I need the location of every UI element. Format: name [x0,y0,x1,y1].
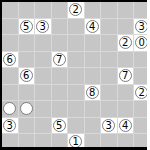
cell-r3c7[interactable] [118,52,135,69]
cell-r6c4[interactable] [68,101,85,118]
cell-r7c7[interactable]: 4 [118,118,135,135]
cell-r5c1[interactable] [19,85,36,102]
empty-circle-mark [3,102,16,115]
cell-r7c4[interactable] [68,118,85,135]
cell-r3c6[interactable] [101,52,118,69]
clue-circle: 3 [135,20,147,33]
clue-circle: 8 [86,86,99,99]
cell-r1c2[interactable]: 3 [35,19,52,36]
clue-circle: 6 [20,69,33,82]
cell-r4c5[interactable] [85,68,102,85]
cell-r0c5[interactable] [85,2,102,19]
cell-r4c2[interactable] [35,68,52,85]
clue-circle: 2 [69,3,82,16]
cell-r6c2[interactable] [35,101,52,118]
cell-r7c5[interactable] [85,118,102,135]
clue-circle: 5 [53,119,66,132]
cell-r8c2[interactable] [35,134,52,147]
cell-r6c3[interactable] [52,101,69,118]
cell-r7c0[interactable]: 3 [2,118,19,135]
cell-r1c3[interactable] [52,19,69,36]
cell-r8c7[interactable] [118,134,135,147]
cell-r5c7[interactable] [118,85,135,102]
cell-r6c8[interactable] [134,101,147,118]
cell-r3c1[interactable] [19,52,36,69]
cell-r0c4[interactable]: 2 [68,2,85,19]
empty-circle-mark [20,102,33,115]
cell-r8c5[interactable] [85,134,102,147]
cell-r8c4[interactable]: 1 [68,134,85,147]
cell-r1c4[interactable] [68,19,85,36]
cell-r8c6[interactable] [101,134,118,147]
cell-r5c5[interactable]: 8 [85,85,102,102]
clue-circle: 4 [119,119,132,132]
cell-r8c1[interactable] [19,134,36,147]
puzzle-screenshot: 253432067678235341 [0,0,150,150]
cell-r3c3[interactable]: 7 [52,52,69,69]
cell-r7c3[interactable]: 5 [52,118,69,135]
cell-r3c5[interactable] [85,52,102,69]
cell-r5c4[interactable] [68,85,85,102]
cell-r4c7[interactable]: 7 [118,68,135,85]
cell-r4c4[interactable] [68,68,85,85]
cell-r5c2[interactable] [35,85,52,102]
cell-r5c0[interactable] [2,85,19,102]
cell-r1c5[interactable]: 4 [85,19,102,36]
cell-r3c8[interactable] [134,52,147,69]
cell-r4c1[interactable]: 6 [19,68,36,85]
clue-circle: 4 [86,20,99,33]
cell-r4c0[interactable] [2,68,19,85]
cell-r3c0[interactable]: 6 [2,52,19,69]
clue-circle: 2 [135,86,147,99]
clue-circle: 7 [53,53,66,66]
cell-r2c2[interactable] [35,35,52,52]
cell-r7c2[interactable] [35,118,52,135]
clue-circle: 1 [69,135,82,147]
cell-r1c0[interactable] [2,19,19,36]
clue-circle: 7 [119,69,132,82]
cell-r0c6[interactable] [101,2,118,19]
clue-circle: 2 [119,36,132,49]
clue-circle: 3 [102,119,115,132]
cell-r6c0[interactable] [2,101,19,118]
cell-r8c0[interactable] [2,134,19,147]
cell-r7c8[interactable] [134,118,147,135]
clue-circle: 6 [3,53,16,66]
cell-r2c7[interactable]: 2 [118,35,135,52]
cell-r5c3[interactable] [52,85,69,102]
clue-circle: 0 [135,36,147,49]
cell-r2c1[interactable] [19,35,36,52]
cell-r6c5[interactable] [85,101,102,118]
cell-r6c1[interactable] [19,101,36,118]
puzzle-grid: 253432067678235341 [2,2,147,147]
cell-r0c7[interactable] [118,2,135,19]
cell-r1c1[interactable]: 5 [19,19,36,36]
cell-r2c5[interactable] [85,35,102,52]
clue-circle: 3 [3,119,16,132]
cell-r7c1[interactable] [19,118,36,135]
cell-r2c3[interactable] [52,35,69,52]
cell-r1c6[interactable] [101,19,118,36]
cell-r2c8[interactable]: 0 [134,35,147,52]
cell-r2c0[interactable] [2,35,19,52]
cell-r6c6[interactable] [101,101,118,118]
cell-r3c2[interactable] [35,52,52,69]
cell-r7c6[interactable]: 3 [101,118,118,135]
cell-r3c4[interactable] [68,52,85,69]
cell-r0c8[interactable] [134,2,147,19]
clue-circle: 3 [36,20,49,33]
cell-r0c2[interactable] [35,2,52,19]
clue-circle: 5 [20,20,33,33]
cell-r0c0[interactable] [2,2,19,19]
cell-r5c8[interactable]: 2 [134,85,147,102]
cell-r4c8[interactable] [134,68,147,85]
cell-r4c6[interactable] [101,68,118,85]
cell-r0c1[interactable] [19,2,36,19]
cell-r4c3[interactable] [52,68,69,85]
cell-r1c7[interactable] [118,19,135,36]
puzzle-board: 253432067678235341 [0,0,147,150]
cell-r2c4[interactable] [68,35,85,52]
cell-r6c7[interactable] [118,101,135,118]
cell-r5c6[interactable] [101,85,118,102]
cell-r2c6[interactable] [101,35,118,52]
cell-r0c3[interactable] [52,2,69,19]
cell-r1c8[interactable]: 3 [134,19,147,36]
cell-r8c8[interactable] [134,134,147,147]
cell-r8c3[interactable] [52,134,69,147]
